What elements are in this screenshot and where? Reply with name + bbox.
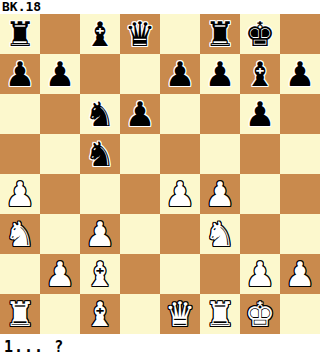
square-d7[interactable]: [120, 54, 160, 94]
square-h6[interactable]: [280, 94, 320, 134]
white-rook: ♜: [5, 294, 35, 334]
square-g3[interactable]: [240, 214, 280, 254]
black-pawn: ♟: [245, 94, 275, 134]
black-rook: ♜: [205, 14, 235, 54]
black-knight: ♞: [85, 94, 115, 134]
square-b3[interactable]: [40, 214, 80, 254]
square-b1[interactable]: [40, 294, 80, 334]
square-a3[interactable]: ♞: [0, 214, 40, 254]
square-b2[interactable]: ♟: [40, 254, 80, 294]
square-e5[interactable]: [160, 134, 200, 174]
white-queen: ♛: [165, 294, 195, 334]
square-e7[interactable]: ♟: [160, 54, 200, 94]
black-rook: ♜: [5, 14, 35, 54]
square-c3[interactable]: ♟: [80, 214, 120, 254]
square-h1[interactable]: [280, 294, 320, 334]
square-c4[interactable]: [80, 174, 120, 214]
square-h3[interactable]: [280, 214, 320, 254]
black-pawn: ♟: [205, 54, 235, 94]
square-g5[interactable]: [240, 134, 280, 174]
square-d3[interactable]: [120, 214, 160, 254]
black-pawn: ♟: [125, 94, 155, 134]
square-d5[interactable]: [120, 134, 160, 174]
white-pawn: ♟: [45, 254, 75, 294]
square-e6[interactable]: [160, 94, 200, 134]
square-f4[interactable]: ♟: [200, 174, 240, 214]
move-prompt: 1... ?: [4, 334, 64, 360]
white-rook: ♜: [205, 294, 235, 334]
square-b7[interactable]: ♟: [40, 54, 80, 94]
square-a4[interactable]: ♟: [0, 174, 40, 214]
white-pawn: ♟: [205, 174, 235, 214]
square-f2[interactable]: [200, 254, 240, 294]
square-c8[interactable]: ♝: [80, 14, 120, 54]
chess-board: ♜♝♛♜♚♟♟♟♟♝♟♞♟♟♞♟♟♟♞♟♞♟♝♟♟♜♝♛♜♚: [0, 14, 320, 334]
square-d2[interactable]: [120, 254, 160, 294]
square-c2[interactable]: ♝: [80, 254, 120, 294]
square-g7[interactable]: ♝: [240, 54, 280, 94]
square-a1[interactable]: ♜: [0, 294, 40, 334]
square-f7[interactable]: ♟: [200, 54, 240, 94]
white-bishop: ♝: [85, 254, 115, 294]
square-d4[interactable]: [120, 174, 160, 214]
square-g4[interactable]: [240, 174, 280, 214]
square-f1[interactable]: ♜: [200, 294, 240, 334]
black-king: ♚: [245, 14, 275, 54]
square-b4[interactable]: [40, 174, 80, 214]
square-h8[interactable]: [280, 14, 320, 54]
square-e2[interactable]: [160, 254, 200, 294]
black-bishop: ♝: [85, 14, 115, 54]
black-pawn: ♟: [45, 54, 75, 94]
square-f5[interactable]: [200, 134, 240, 174]
white-pawn: ♟: [85, 214, 115, 254]
square-a7[interactable]: ♟: [0, 54, 40, 94]
square-d1[interactable]: [120, 294, 160, 334]
square-d6[interactable]: ♟: [120, 94, 160, 134]
square-f6[interactable]: [200, 94, 240, 134]
square-c5[interactable]: ♞: [80, 134, 120, 174]
square-a2[interactable]: [0, 254, 40, 294]
white-knight: ♞: [5, 214, 35, 254]
square-e3[interactable]: [160, 214, 200, 254]
square-b5[interactable]: [40, 134, 80, 174]
white-pawn: ♟: [245, 254, 275, 294]
square-f3[interactable]: ♞: [200, 214, 240, 254]
square-h2[interactable]: ♟: [280, 254, 320, 294]
square-a8[interactable]: ♜: [0, 14, 40, 54]
black-pawn: ♟: [285, 54, 315, 94]
square-a6[interactable]: [0, 94, 40, 134]
square-h4[interactable]: [280, 174, 320, 214]
square-d8[interactable]: ♛: [120, 14, 160, 54]
square-f8[interactable]: ♜: [200, 14, 240, 54]
square-b8[interactable]: [40, 14, 80, 54]
square-a5[interactable]: [0, 134, 40, 174]
square-c7[interactable]: [80, 54, 120, 94]
white-knight: ♞: [205, 214, 235, 254]
black-pawn: ♟: [5, 54, 35, 94]
diagram-label: BK.18: [2, 0, 41, 14]
square-g8[interactable]: ♚: [240, 14, 280, 54]
square-g1[interactable]: ♚: [240, 294, 280, 334]
black-knight: ♞: [85, 134, 115, 174]
black-bishop: ♝: [245, 54, 275, 94]
white-pawn: ♟: [5, 174, 35, 214]
square-e8[interactable]: [160, 14, 200, 54]
white-pawn: ♟: [285, 254, 315, 294]
square-c1[interactable]: ♝: [80, 294, 120, 334]
square-c6[interactable]: ♞: [80, 94, 120, 134]
square-g2[interactable]: ♟: [240, 254, 280, 294]
square-e4[interactable]: ♟: [160, 174, 200, 214]
black-pawn: ♟: [165, 54, 195, 94]
square-e1[interactable]: ♛: [160, 294, 200, 334]
square-b6[interactable]: [40, 94, 80, 134]
white-pawn: ♟: [165, 174, 195, 214]
white-king: ♚: [245, 294, 275, 334]
black-queen: ♛: [125, 14, 155, 54]
square-g6[interactable]: ♟: [240, 94, 280, 134]
square-h5[interactable]: [280, 134, 320, 174]
white-bishop: ♝: [85, 294, 115, 334]
square-h7[interactable]: ♟: [280, 54, 320, 94]
